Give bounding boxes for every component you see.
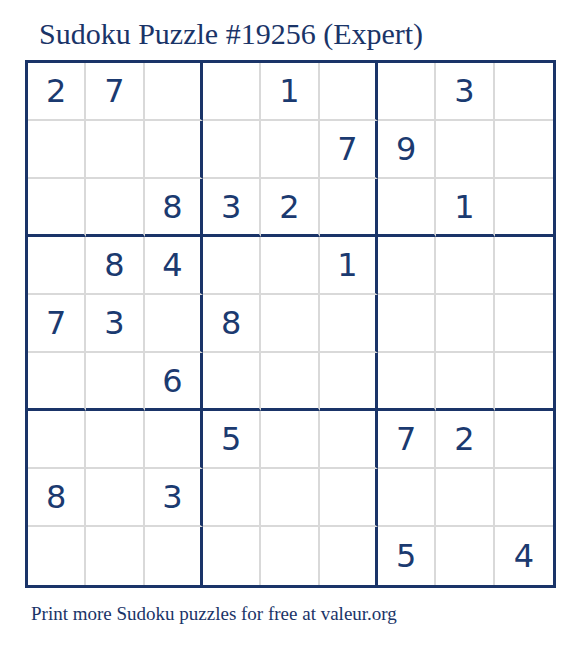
cell-r1c6: [320, 63, 378, 121]
sudoku-board: 271379832184173865728354: [25, 60, 556, 588]
cell-r5c7: [378, 295, 436, 353]
cell-r1c3: [145, 63, 203, 121]
cell-r9c6: [320, 527, 378, 585]
cell-r2c1: [28, 121, 86, 179]
cell-r1c9: [495, 63, 553, 121]
cell-r1c1: 2: [28, 63, 86, 121]
cell-r6c1: [28, 353, 86, 411]
cell-r7c1: [28, 411, 86, 469]
cell-r4c8: [436, 237, 494, 295]
cell-r7c3: [145, 411, 203, 469]
cell-r9c8: [436, 527, 494, 585]
cell-r2c3: [145, 121, 203, 179]
cell-r8c5: [261, 469, 319, 527]
cell-r3c7: [378, 179, 436, 237]
cell-r8c2: [86, 469, 144, 527]
cell-r4c5: [261, 237, 319, 295]
puzzle-title: Sudoku Puzzle #19256 (Expert): [39, 14, 556, 54]
cell-r8c4: [203, 469, 261, 527]
cell-r9c1: [28, 527, 86, 585]
cell-r5c1: 7: [28, 295, 86, 353]
sudoku-page: Sudoku Puzzle #19256 (Expert) 2713798321…: [0, 0, 580, 651]
cell-r4c4: [203, 237, 261, 295]
cell-r2c8: [436, 121, 494, 179]
cell-r9c4: [203, 527, 261, 585]
cell-r7c6: [320, 411, 378, 469]
cell-r8c1: 8: [28, 469, 86, 527]
cell-r3c1: [28, 179, 86, 237]
cell-r9c2: [86, 527, 144, 585]
cell-r6c8: [436, 353, 494, 411]
cell-r8c9: [495, 469, 553, 527]
cell-r8c7: [378, 469, 436, 527]
cell-r6c2: [86, 353, 144, 411]
cell-r3c6: [320, 179, 378, 237]
cell-r8c8: [436, 469, 494, 527]
cell-r4c3: 4: [145, 237, 203, 295]
footer-text: Print more Sudoku puzzles for free at va…: [31, 603, 556, 625]
cell-r4c7: [378, 237, 436, 295]
cell-r7c2: [86, 411, 144, 469]
cell-r7c4: 5: [203, 411, 261, 469]
cell-r1c7: [378, 63, 436, 121]
cell-r4c9: [495, 237, 553, 295]
cell-r5c9: [495, 295, 553, 353]
cell-r9c9: 4: [495, 527, 553, 585]
cell-r9c3: [145, 527, 203, 585]
cell-r1c5: 1: [261, 63, 319, 121]
cell-r4c1: [28, 237, 86, 295]
cell-r6c7: [378, 353, 436, 411]
cell-r3c3: 8: [145, 179, 203, 237]
cell-r5c8: [436, 295, 494, 353]
cell-r4c2: 8: [86, 237, 144, 295]
cell-r6c3: 6: [145, 353, 203, 411]
cell-r6c4: [203, 353, 261, 411]
cell-r3c2: [86, 179, 144, 237]
cell-r2c7: 9: [378, 121, 436, 179]
cell-r7c8: 2: [436, 411, 494, 469]
cell-r2c2: [86, 121, 144, 179]
cell-r6c5: [261, 353, 319, 411]
cell-r3c8: 1: [436, 179, 494, 237]
cell-r6c9: [495, 353, 553, 411]
cell-r8c3: 3: [145, 469, 203, 527]
cell-r7c9: [495, 411, 553, 469]
cell-r9c7: 5: [378, 527, 436, 585]
cell-r9c5: [261, 527, 319, 585]
cell-r3c5: 2: [261, 179, 319, 237]
cell-r1c2: 7: [86, 63, 144, 121]
cell-r2c5: [261, 121, 319, 179]
cell-r2c4: [203, 121, 261, 179]
cell-r5c4: 8: [203, 295, 261, 353]
cell-r5c2: 3: [86, 295, 144, 353]
cell-r6c6: [320, 353, 378, 411]
cell-r1c8: 3: [436, 63, 494, 121]
cell-r8c6: [320, 469, 378, 527]
cell-r5c5: [261, 295, 319, 353]
cell-r2c9: [495, 121, 553, 179]
cell-r5c3: [145, 295, 203, 353]
cell-r4c6: 1: [320, 237, 378, 295]
cell-r2c6: 7: [320, 121, 378, 179]
cell-r1c4: [203, 63, 261, 121]
cell-r3c4: 3: [203, 179, 261, 237]
cell-r7c7: 7: [378, 411, 436, 469]
cell-r5c6: [320, 295, 378, 353]
cell-r7c5: [261, 411, 319, 469]
cell-r3c9: [495, 179, 553, 237]
